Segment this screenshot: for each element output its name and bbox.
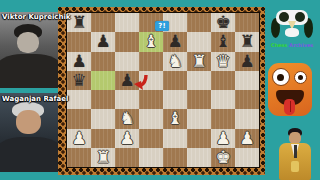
white-rook-b1: ♜ xyxy=(95,148,110,167)
square-f2 xyxy=(187,129,211,148)
player-name-bottom: Waganjan Rafael xyxy=(2,95,62,103)
square-b1: ♜ xyxy=(91,148,115,167)
emoji-tongue-line xyxy=(290,101,291,112)
emoji-tongue xyxy=(284,99,295,115)
square-f6: ♜ xyxy=(187,52,211,71)
white-knight-e6: ♞ xyxy=(167,52,182,71)
chess-board: ♜♚♟♝♟♝♜♟♞♜♛♟♛♟♞♝♟♟♟♟♜♚ xyxy=(66,12,260,168)
square-a7 xyxy=(67,32,91,51)
square-b5 xyxy=(91,71,115,90)
channel-logo xyxy=(271,8,313,42)
square-b6 xyxy=(91,52,115,71)
black-pawn-a6: ♟ xyxy=(71,52,86,71)
square-a3 xyxy=(67,109,91,128)
square-g3 xyxy=(211,109,235,128)
presenter-hands xyxy=(291,161,299,172)
video-thumbnail: Viktor Kupreichik Waganjan Rafael ♜♚♟♝♟♝… xyxy=(0,0,320,180)
square-h1 xyxy=(235,148,259,167)
white-pawn-h2: ♟ xyxy=(239,129,254,148)
square-b7: ♟ xyxy=(91,32,115,51)
portrait-face xyxy=(16,110,41,134)
white-queen-g6: ♛ xyxy=(215,52,230,71)
square-c1 xyxy=(115,148,139,167)
square-a4 xyxy=(67,90,91,109)
square-h8 xyxy=(235,13,259,32)
white-rook-f6: ♜ xyxy=(191,52,206,71)
emoji-eye-small xyxy=(294,71,307,84)
square-d7: ♝ xyxy=(139,32,163,51)
photo-viktor-kupreichik xyxy=(0,12,58,88)
logo-eye-right xyxy=(295,12,305,22)
square-g2: ♟ xyxy=(211,129,235,148)
square-b4 xyxy=(91,90,115,109)
square-h2: ♟ xyxy=(235,129,259,148)
white-king-g1: ♚ xyxy=(215,148,230,167)
square-f5 xyxy=(187,71,211,90)
square-f1 xyxy=(187,148,211,167)
square-b8 xyxy=(91,13,115,32)
white-bishop-d7: ♝ xyxy=(143,32,158,51)
move-annotation-badge: ?! xyxy=(155,21,169,31)
white-pawn-g2: ♟ xyxy=(215,129,230,148)
black-queen-a5: ♛ xyxy=(71,71,86,90)
square-h5 xyxy=(235,71,259,90)
square-e7: ♟ xyxy=(163,32,187,51)
square-h7: ♜ xyxy=(235,32,259,51)
channel-name-word1: Chess xyxy=(271,42,288,48)
square-h3 xyxy=(235,109,259,128)
white-pawn-a2: ♟ xyxy=(71,129,86,148)
black-king-g8: ♚ xyxy=(215,13,230,32)
square-b2 xyxy=(91,129,115,148)
black-bishop-g7: ♝ xyxy=(215,32,230,51)
square-f8 xyxy=(187,13,211,32)
black-pawn-h6: ♟ xyxy=(239,52,254,71)
square-h6: ♟ xyxy=(235,52,259,71)
channel-name-word2: Archives xyxy=(289,42,313,48)
zany-face-emoji xyxy=(268,63,312,116)
square-g1: ♚ xyxy=(211,148,235,167)
red-arrow-marker xyxy=(133,74,149,92)
black-rook-a8: ♜ xyxy=(71,13,86,32)
square-a2: ♟ xyxy=(67,129,91,148)
square-d3 xyxy=(139,109,163,128)
square-g5 xyxy=(211,71,235,90)
portrait-body xyxy=(0,137,58,172)
square-c6 xyxy=(115,52,139,71)
emoji-pupil xyxy=(298,75,303,80)
presenter-figure xyxy=(278,128,312,180)
white-knight-c3: ♞ xyxy=(119,109,134,128)
black-pawn-e7: ♟ xyxy=(167,32,182,51)
square-d2 xyxy=(139,129,163,148)
square-e3: ♝ xyxy=(163,109,187,128)
square-g8: ♚ xyxy=(211,13,235,32)
white-bishop-e3: ♝ xyxy=(167,109,182,128)
square-d4 xyxy=(139,90,163,109)
square-c4 xyxy=(115,90,139,109)
black-rook-h7: ♜ xyxy=(239,32,254,51)
square-b3 xyxy=(91,109,115,128)
square-a5: ♛ xyxy=(67,71,91,90)
square-g6: ♛ xyxy=(211,52,235,71)
square-g4 xyxy=(211,90,235,109)
player-name-top: Viktor Kupreichik xyxy=(2,13,62,21)
square-e6: ♞ xyxy=(163,52,187,71)
square-d6 xyxy=(139,52,163,71)
square-h4 xyxy=(235,90,259,109)
square-f3 xyxy=(187,109,211,128)
square-a6: ♟ xyxy=(67,52,91,71)
square-e5 xyxy=(163,71,187,90)
square-e4 xyxy=(163,90,187,109)
portrait-body xyxy=(0,54,58,88)
channel-name: Chess Archives xyxy=(266,42,318,48)
square-f7 xyxy=(187,32,211,51)
portrait-face xyxy=(17,32,39,53)
square-e2 xyxy=(163,129,187,148)
square-d1 xyxy=(139,148,163,167)
square-f4 xyxy=(187,90,211,109)
square-c7 xyxy=(115,32,139,51)
square-c3: ♞ xyxy=(115,109,139,128)
photo-waganjan-rafael xyxy=(0,93,58,172)
emoji-eye-big xyxy=(272,68,290,86)
square-e1 xyxy=(163,148,187,167)
square-a1 xyxy=(67,148,91,167)
white-pawn-c2: ♟ xyxy=(119,129,134,148)
emoji-pupil xyxy=(277,74,284,81)
square-g7: ♝ xyxy=(211,32,235,51)
square-c8 xyxy=(115,13,139,32)
presenter-tie xyxy=(294,145,297,158)
square-a8: ♜ xyxy=(67,13,91,32)
square-c2: ♟ xyxy=(115,129,139,148)
black-pawn-b7: ♟ xyxy=(95,32,110,51)
logo-chin xyxy=(285,28,299,37)
